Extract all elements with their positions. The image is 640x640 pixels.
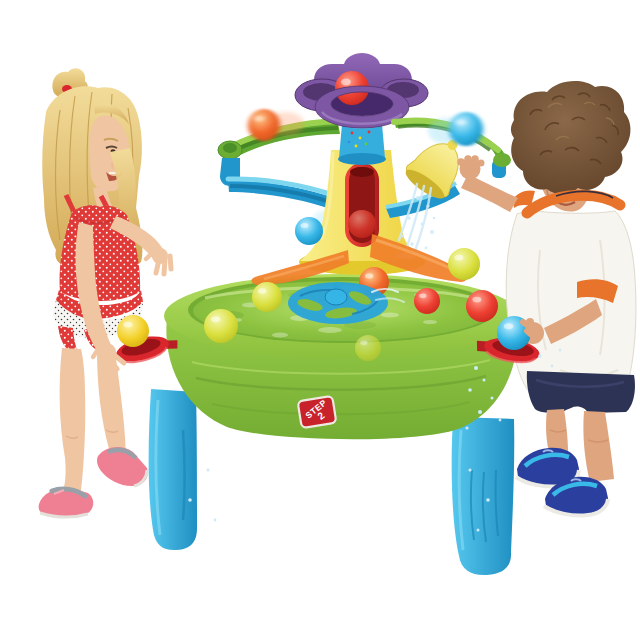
ball-highlight [258, 288, 266, 293]
ball-yellow [117, 315, 149, 347]
ball-red [414, 288, 440, 314]
ball-highlight [123, 322, 132, 328]
ball-highlight [456, 119, 466, 125]
red-drop-tube [345, 163, 379, 247]
girl-leg-front [60, 348, 86, 499]
boy-leg-right [583, 411, 614, 482]
brand-badge: STEP 2 [298, 396, 337, 430]
photo-canvas: STEP 2 [0, 0, 640, 640]
ball-yellow-green [252, 282, 282, 312]
ball-blue [295, 217, 323, 245]
boy-arm-raised [461, 174, 518, 212]
ball-orange [248, 109, 280, 141]
girl-shoe-front [39, 487, 94, 518]
ball-highlight [472, 297, 481, 303]
boy-hair [511, 81, 631, 194]
ball-highlight [504, 323, 514, 329]
ball-highlight [454, 255, 463, 261]
ball-highlight [419, 293, 426, 298]
ball-yellow-green [355, 335, 381, 361]
ball-red [466, 290, 498, 322]
blue-ramp-left [220, 158, 336, 209]
girl-leg-back [97, 350, 126, 463]
boy-hand-on-bell [457, 155, 484, 179]
product-photo: STEP 2 [0, 0, 640, 640]
purple-funnel [295, 53, 428, 128]
boy-shorts [527, 371, 635, 413]
ball-highlight [301, 223, 309, 228]
girl-shoe-back [97, 447, 148, 486]
ball-highlight [211, 316, 221, 322]
ball-yellow-green [448, 248, 480, 280]
ball-highlight [365, 273, 373, 278]
boy-shirt [506, 211, 636, 395]
wheel-hub [325, 289, 347, 305]
ball-blue [449, 112, 483, 146]
ball-highlight [360, 340, 367, 345]
ball-highlight [254, 116, 263, 122]
swimsuit-bodice [60, 205, 141, 301]
ball-yellow-green [204, 309, 238, 343]
